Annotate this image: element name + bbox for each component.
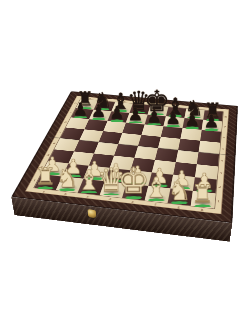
- square-h7[interactable]: ♟: [202, 120, 222, 132]
- chess-board: abcdefgh abcdefgh 87654321 87654321 ♜♞♝♛…: [11, 91, 238, 223]
- brass-latch-icon: [88, 209, 97, 218]
- square-h5[interactable]: [199, 141, 221, 154]
- square-g5[interactable]: [178, 139, 200, 152]
- square-h1[interactable]: ♜: [191, 191, 216, 208]
- piece-black-pawn[interactable]: ♟: [198, 113, 226, 130]
- square-f5[interactable]: [158, 137, 180, 150]
- piece-white-rook[interactable]: ♜: [186, 182, 219, 206]
- square-c5[interactable]: [99, 131, 122, 144]
- square-e5[interactable]: [138, 135, 161, 148]
- box-right-edge: [230, 106, 238, 242]
- square-d5[interactable]: [118, 133, 141, 146]
- product-photo-canvas: abcdefgh abcdefgh 87654321 87654321 ♜♞♝♛…: [0, 0, 250, 311]
